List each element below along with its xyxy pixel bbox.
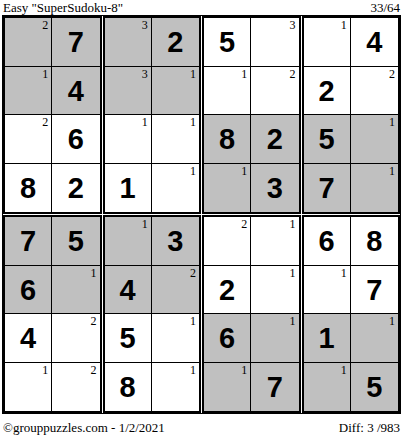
box-r1c3: 53128213 <box>202 16 301 214</box>
puzzle-title: Easy "SuperSudoku-8" <box>3 2 123 14</box>
cell-r4c7[interactable]: 7 <box>304 164 351 213</box>
cell-r5c1[interactable]: 7 <box>5 217 52 266</box>
given-digit: 4 <box>5 314 51 362</box>
given-digit: 3 <box>152 217 199 265</box>
cell-r4c4[interactable]: 1 <box>152 164 199 213</box>
pencil-mark: 2 <box>190 267 196 280</box>
cell-r3c6[interactable]: 2 <box>251 115 298 164</box>
cell-r6c8[interactable]: 7 <box>351 266 398 315</box>
footer: ©grouppuzzles.com - 1/2/2021 Diff: 3 /98… <box>2 421 401 435</box>
cell-r7c5[interactable]: 6 <box>204 314 251 363</box>
cell-r6c2[interactable]: 1 <box>52 266 99 315</box>
pencil-mark: 1 <box>190 315 196 328</box>
sudoku-board: 2714268232311111531282131422517175614212… <box>2 15 401 414</box>
cell-r3c5[interactable]: 8 <box>204 115 251 164</box>
cell-r1c4[interactable]: 2 <box>152 18 199 67</box>
cell-r5c2[interactable]: 5 <box>52 217 99 266</box>
cell-r1c3[interactable]: 3 <box>105 18 152 67</box>
cell-r2c5[interactable]: 1 <box>204 67 251 116</box>
pencil-mark: 3 <box>142 19 148 32</box>
pencil-mark: 2 <box>42 116 48 129</box>
cell-r6c1[interactable]: 6 <box>5 266 52 315</box>
given-digit: 7 <box>5 217 51 265</box>
given-digit: 1 <box>304 314 350 362</box>
puzzle-counter: 33/64 <box>370 2 400 14</box>
given-digit: 2 <box>304 67 350 115</box>
cell-r6c3[interactable]: 4 <box>105 266 152 315</box>
given-digit: 6 <box>204 314 250 362</box>
box-r2c4: 68171115 <box>302 215 401 413</box>
cell-r7c3[interactable]: 5 <box>105 314 152 363</box>
pencil-mark: 2 <box>290 68 296 81</box>
pencil-mark: 1 <box>389 315 395 328</box>
box-r2c1: 75614212 <box>3 215 102 413</box>
given-digit: 2 <box>204 266 250 314</box>
given-digit: 5 <box>351 363 398 412</box>
cell-r7c6[interactable]: 1 <box>251 314 298 363</box>
cell-r2c6[interactable]: 2 <box>251 67 298 116</box>
cell-r6c6[interactable]: 1 <box>251 266 298 315</box>
copyright-text: ©grouppuzzles.com - 1/2/2021 <box>3 421 165 435</box>
given-digit: 5 <box>105 314 151 362</box>
cell-r4c8[interactable]: 1 <box>351 164 398 213</box>
given-digit: 7 <box>304 164 350 213</box>
cell-r7c4[interactable]: 1 <box>152 314 199 363</box>
cell-r5c7[interactable]: 6 <box>304 217 351 266</box>
cell-r3c8[interactable]: 1 <box>351 115 398 164</box>
pencil-mark: 1 <box>190 68 196 81</box>
pencil-mark: 2 <box>389 68 395 81</box>
given-digit: 5 <box>304 115 350 163</box>
puzzle-page: Easy "SuperSudoku-8" 33/64 2714268232311… <box>0 0 403 437</box>
given-digit: 8 <box>351 217 398 265</box>
pencil-mark: 1 <box>290 267 296 280</box>
cell-r7c1[interactable]: 4 <box>5 314 52 363</box>
cell-r8c5[interactable]: 1 <box>204 363 251 412</box>
given-digit: 5 <box>204 18 250 66</box>
pencil-mark: 1 <box>190 165 196 178</box>
box-r1c2: 32311111 <box>103 16 202 214</box>
cell-r1c8[interactable]: 4 <box>351 18 398 67</box>
given-digit: 8 <box>5 164 51 213</box>
cell-r3c4[interactable]: 1 <box>152 115 199 164</box>
pencil-mark: 1 <box>341 364 347 377</box>
pencil-mark: 1 <box>389 116 395 129</box>
given-digit: 8 <box>204 115 250 163</box>
header: Easy "SuperSudoku-8" 33/64 <box>2 2 401 14</box>
given-digit: 1 <box>105 164 151 213</box>
cell-r4c2[interactable]: 2 <box>52 164 99 213</box>
cell-r3c7[interactable]: 5 <box>304 115 351 164</box>
cell-r4c6[interactable]: 3 <box>251 164 298 213</box>
box-r1c1: 27142682 <box>3 16 102 214</box>
given-digit: 3 <box>251 164 298 213</box>
cell-r2c2[interactable]: 4 <box>52 67 99 116</box>
given-digit: 4 <box>52 67 99 115</box>
cell-r3c3[interactable]: 1 <box>105 115 152 164</box>
pencil-mark: 1 <box>142 218 148 231</box>
cell-r1c1[interactable]: 2 <box>5 18 52 67</box>
cell-r7c2[interactable]: 2 <box>52 314 99 363</box>
pencil-mark: 2 <box>241 218 247 231</box>
box-r2c3: 21216117 <box>202 215 301 413</box>
cell-r8c1[interactable]: 1 <box>5 363 52 412</box>
pencil-mark: 1 <box>190 364 196 377</box>
pencil-mark: 3 <box>142 68 148 81</box>
cell-r5c6[interactable]: 1 <box>251 217 298 266</box>
cell-r4c1[interactable]: 8 <box>5 164 52 213</box>
cell-r6c4[interactable]: 2 <box>152 266 199 315</box>
pencil-mark: 3 <box>290 19 296 32</box>
box-r1c4: 14225171 <box>302 16 401 214</box>
cell-r1c5[interactable]: 5 <box>204 18 251 67</box>
cell-r6c7[interactable]: 1 <box>304 266 351 315</box>
cell-r3c1[interactable]: 2 <box>5 115 52 164</box>
pencil-mark: 2 <box>91 315 97 328</box>
given-digit: 7 <box>52 18 99 66</box>
cell-r2c1[interactable]: 1 <box>5 67 52 116</box>
given-digit: 6 <box>304 217 350 265</box>
cell-r7c8[interactable]: 1 <box>351 314 398 363</box>
pencil-mark: 1 <box>341 19 347 32</box>
pencil-mark: 1 <box>241 68 247 81</box>
pencil-mark: 1 <box>389 165 395 178</box>
cell-r5c4[interactable]: 3 <box>152 217 199 266</box>
pencil-mark: 1 <box>241 165 247 178</box>
cell-r4c5[interactable]: 1 <box>204 164 251 213</box>
pencil-mark: 1 <box>91 267 97 280</box>
given-digit: 5 <box>52 217 99 265</box>
given-digit: 4 <box>105 266 151 314</box>
cell-r1c6[interactable]: 3 <box>251 18 298 67</box>
given-digit: 6 <box>52 115 99 163</box>
pencil-mark: 1 <box>341 267 347 280</box>
cell-r2c7[interactable]: 2 <box>304 67 351 116</box>
cell-r8c2[interactable]: 2 <box>52 363 99 412</box>
cell-r8c6[interactable]: 7 <box>251 363 298 412</box>
pencil-mark: 2 <box>42 19 48 32</box>
pencil-mark: 1 <box>190 116 196 129</box>
cell-r3c2[interactable]: 6 <box>52 115 99 164</box>
cell-r5c3[interactable]: 1 <box>105 217 152 266</box>
cell-r2c4[interactable]: 1 <box>152 67 199 116</box>
box-r2c2: 13425181 <box>103 215 202 413</box>
cell-r8c3[interactable]: 8 <box>105 363 152 412</box>
cell-r8c8[interactable]: 5 <box>351 363 398 412</box>
given-digit: 6 <box>5 266 51 314</box>
cell-r8c4[interactable]: 1 <box>152 363 199 412</box>
cell-r4c3[interactable]: 1 <box>105 164 152 213</box>
pencil-mark: 1 <box>42 68 48 81</box>
pencil-mark: 2 <box>91 364 97 377</box>
pencil-mark: 1 <box>290 315 296 328</box>
given-digit: 7 <box>351 266 398 314</box>
given-digit: 2 <box>152 18 199 66</box>
cell-r1c7[interactable]: 1 <box>304 18 351 67</box>
given-digit: 2 <box>251 115 298 163</box>
pencil-mark: 1 <box>241 364 247 377</box>
given-digit: 4 <box>351 18 398 66</box>
pencil-mark: 1 <box>142 116 148 129</box>
cell-r5c8[interactable]: 8 <box>351 217 398 266</box>
cell-r2c8[interactable]: 2 <box>351 67 398 116</box>
cell-r8c7[interactable]: 1 <box>304 363 351 412</box>
cell-r2c3[interactable]: 3 <box>105 67 152 116</box>
pencil-mark: 1 <box>290 218 296 231</box>
given-digit: 8 <box>105 363 151 412</box>
pencil-mark: 1 <box>42 364 48 377</box>
cell-r5c5[interactable]: 2 <box>204 217 251 266</box>
given-digit: 7 <box>251 363 298 412</box>
cell-r6c5[interactable]: 2 <box>204 266 251 315</box>
given-digit: 2 <box>52 164 99 213</box>
cell-r7c7[interactable]: 1 <box>304 314 351 363</box>
cell-r1c2[interactable]: 7 <box>52 18 99 67</box>
difficulty-text: Diff: 3 /983 <box>339 421 400 435</box>
